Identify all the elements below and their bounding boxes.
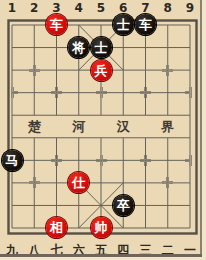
red-advisor[interactable]: 仕 [68,172,89,193]
board[interactable]: 车士车将士兵马仕卒相帅 [1,14,201,239]
file-label-top: 6 [119,2,127,14]
xiangqi-board-widget: 123456789 楚河汉界 车士车将士兵马仕卒相帅 九八七六五四三二一 [0,0,206,260]
position-marker [29,65,40,76]
file-label-top: 9 [186,2,194,14]
black-advisor[interactable]: 士 [91,37,112,58]
position-marker [185,87,196,98]
position-marker [96,155,107,166]
file-label-top: 5 [97,2,105,14]
file-label-top: 8 [164,2,172,14]
position-marker [29,177,40,188]
position-marker [162,65,173,76]
position-marker [162,177,173,188]
black-chariot[interactable]: 车 [135,14,156,35]
file-label-top: 2 [30,2,38,14]
red-chariot[interactable]: 车 [46,14,67,35]
position-marker [51,155,62,166]
frame-bevel-right-light [202,0,206,260]
file-label-top: 4 [75,2,83,14]
position-marker [7,87,18,98]
position-marker [51,87,62,98]
file-label-top: 1 [8,2,16,14]
position-marker [96,87,107,98]
position-marker [185,155,196,166]
file-label-top: 3 [52,2,60,14]
position-marker [140,155,151,166]
position-marker [140,87,151,98]
red-general[interactable]: 帅 [91,217,112,238]
red-elephant[interactable]: 相 [46,217,67,238]
black-advisor[interactable]: 士 [113,14,134,35]
black-general[interactable]: 将 [68,37,89,58]
file-label-top: 7 [141,2,149,14]
red-soldier[interactable]: 兵 [91,60,112,81]
black-soldier[interactable]: 卒 [113,195,134,216]
black-horse[interactable]: 马 [2,150,23,171]
